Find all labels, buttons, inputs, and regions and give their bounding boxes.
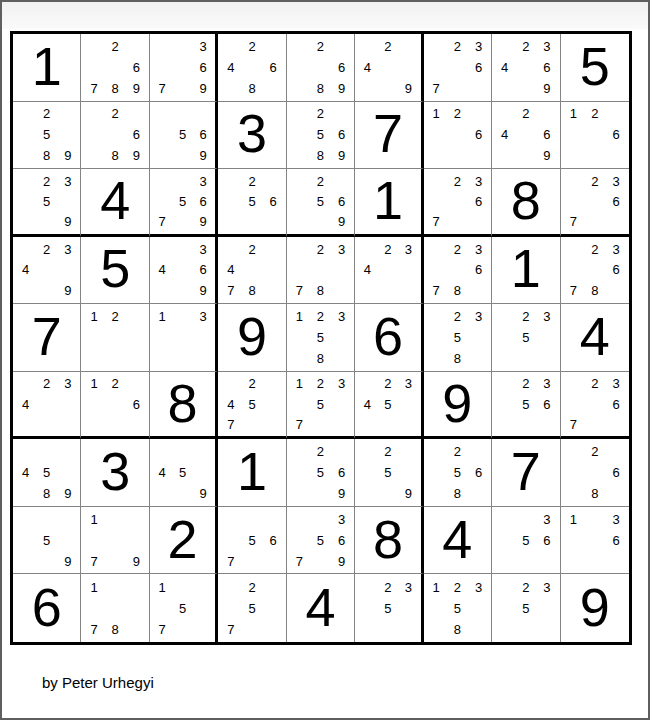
cell-r8c7[interactable]: 4 — [424, 507, 492, 575]
candidate-grid: 2689 — [83, 104, 146, 167]
candidate-grid: 26789 — [83, 36, 146, 99]
candidate-digit: 7 — [152, 211, 172, 231]
empty-candidate-slot — [289, 57, 310, 78]
empty-candidate-slot — [494, 394, 515, 414]
candidate-grid: 2356 — [494, 374, 557, 435]
empty-candidate-slot — [152, 280, 172, 301]
solved-digit: 1 — [373, 173, 403, 227]
candidate-digit: 8 — [105, 78, 126, 99]
cell-r7c3[interactable]: 459 — [150, 439, 218, 507]
empty-candidate-slot — [241, 211, 262, 231]
candidate-digit: 9 — [193, 211, 213, 231]
cell-r6c4[interactable]: 2457 — [218, 372, 286, 440]
empty-candidate-slot — [263, 394, 284, 414]
empty-candidate-slot — [57, 104, 78, 125]
candidate-digit: 6 — [331, 530, 352, 551]
cell-r1c5[interactable]: 2689 — [287, 34, 355, 102]
cell-r5c4[interactable]: 9 — [218, 304, 286, 372]
cell-r9c2[interactable]: 178 — [81, 574, 149, 642]
empty-candidate-slot — [468, 145, 489, 166]
candidate-digit: 3 — [606, 509, 627, 530]
candidate-digit: 2 — [36, 171, 57, 191]
candidate-digit: 7 — [289, 414, 310, 434]
candidate-digit: 3 — [468, 36, 489, 57]
cell-r5c7[interactable]: 2358 — [424, 304, 492, 372]
candidate-digit: 3 — [398, 239, 418, 260]
empty-candidate-slot — [289, 483, 310, 504]
empty-candidate-slot — [357, 576, 377, 597]
candidate-digit: 2 — [447, 171, 468, 191]
cell-r9c8[interactable]: 235 — [492, 574, 560, 642]
cell-r6c1[interactable]: 234 — [13, 372, 81, 440]
candidate-digit: 9 — [57, 551, 78, 572]
candidate-digit: 6 — [468, 124, 489, 145]
solved-digit: 9 — [442, 376, 472, 430]
empty-candidate-slot — [468, 78, 489, 99]
cell-r1c9[interactable]: 5 — [561, 34, 629, 102]
candidate-digit: 2 — [515, 104, 536, 125]
empty-candidate-slot — [172, 576, 192, 597]
candidate-digit: 6 — [536, 57, 557, 78]
cell-r6c9[interactable]: 2367 — [561, 372, 629, 440]
empty-candidate-slot — [378, 78, 398, 99]
empty-candidate-slot — [193, 104, 213, 125]
candidate-digit: 2 — [241, 576, 262, 597]
empty-candidate-slot — [378, 414, 398, 434]
cell-r2c7[interactable]: 126 — [424, 102, 492, 170]
solved-digit: 1 — [237, 444, 267, 498]
empty-candidate-slot — [15, 280, 36, 301]
empty-candidate-slot — [126, 348, 147, 369]
puzzle-page: 1267893679246826892492367234695258926895… — [0, 0, 650, 720]
empty-candidate-slot — [263, 280, 284, 301]
candidate-digit: 5 — [36, 124, 57, 145]
cell-r5c2[interactable]: 12 — [81, 304, 149, 372]
cell-r2c4[interactable]: 3 — [218, 102, 286, 170]
empty-candidate-slot — [152, 145, 172, 166]
empty-candidate-slot — [378, 280, 398, 301]
candidate-digit: 9 — [57, 483, 78, 504]
empty-candidate-slot — [468, 598, 489, 619]
cell-r4c6[interactable]: 234 — [355, 237, 423, 305]
empty-candidate-slot — [563, 462, 584, 483]
empty-candidate-slot — [152, 441, 172, 462]
sudoku-board: 1267893679246826892492367234695258926895… — [10, 31, 632, 645]
empty-candidate-slot — [289, 171, 310, 191]
candidate-digit: 8 — [105, 619, 126, 640]
empty-candidate-slot — [263, 239, 284, 260]
cell-r5c1[interactable]: 7 — [13, 304, 81, 372]
candidate-digit: 6 — [331, 124, 352, 145]
empty-candidate-slot — [172, 171, 192, 191]
candidate-digit: 8 — [584, 483, 605, 504]
empty-candidate-slot — [515, 78, 536, 99]
empty-candidate-slot — [36, 394, 57, 414]
cell-r7c8[interactable]: 7 — [492, 439, 560, 507]
candidate-digit: 9 — [57, 211, 78, 231]
candidate-digit: 8 — [36, 145, 57, 166]
candidate-digit: 4 — [220, 394, 241, 414]
empty-candidate-slot — [563, 483, 584, 504]
empty-candidate-slot — [241, 509, 262, 530]
candidate-digit: 9 — [331, 483, 352, 504]
candidate-digit: 7 — [220, 619, 241, 640]
candidate-digit: 2 — [310, 441, 331, 462]
empty-candidate-slot — [331, 36, 352, 57]
cell-r5c5[interactable]: 12358 — [287, 304, 355, 372]
cell-r1c2[interactable]: 26789 — [81, 34, 149, 102]
cell-r8c5[interactable]: 35679 — [287, 507, 355, 575]
cell-r5c9[interactable]: 4 — [561, 304, 629, 372]
cell-r4c3[interactable]: 3469 — [150, 237, 218, 305]
candidate-digit: 2 — [310, 374, 331, 394]
cell-r3c7[interactable]: 2367 — [424, 169, 492, 237]
candidate-digit: 6 — [606, 124, 627, 145]
empty-candidate-slot — [152, 124, 172, 145]
candidate-digit: 2 — [447, 576, 468, 597]
empty-candidate-slot — [426, 145, 447, 166]
candidate-digit: 2 — [447, 239, 468, 260]
cell-r4c1[interactable]: 2349 — [13, 237, 81, 305]
empty-candidate-slot — [606, 145, 627, 166]
empty-candidate-slot — [36, 260, 57, 281]
cell-r7c5[interactable]: 2569 — [287, 439, 355, 507]
empty-candidate-slot — [606, 104, 627, 125]
candidate-grid: 2367 — [563, 171, 627, 232]
empty-candidate-slot — [426, 124, 447, 145]
cell-r9c6[interactable]: 235 — [355, 574, 423, 642]
empty-candidate-slot — [289, 191, 310, 211]
cell-r9c9[interactable]: 9 — [561, 574, 629, 642]
candidate-digit: 7 — [426, 211, 447, 231]
cell-r1c8[interactable]: 23469 — [492, 34, 560, 102]
cell-r4c2[interactable]: 5 — [81, 237, 149, 305]
empty-candidate-slot — [536, 348, 557, 369]
empty-candidate-slot — [378, 483, 398, 504]
candidate-digit: 4 — [15, 260, 36, 281]
candidate-digit: 6 — [468, 57, 489, 78]
candidate-digit: 3 — [606, 171, 627, 191]
candidate-digit: 5 — [515, 394, 536, 414]
candidate-grid: 178 — [83, 576, 146, 640]
empty-candidate-slot — [468, 348, 489, 369]
candidate-digit: 3 — [536, 36, 557, 57]
cell-r5c8[interactable]: 235 — [492, 304, 560, 372]
cell-r9c5[interactable]: 4 — [287, 574, 355, 642]
candidate-grid: 23678 — [426, 239, 489, 302]
empty-candidate-slot — [584, 145, 605, 166]
candidate-digit: 2 — [36, 239, 57, 260]
cell-r7c7[interactable]: 2568 — [424, 439, 492, 507]
empty-candidate-slot — [126, 530, 147, 551]
candidate-grid: 2469 — [494, 104, 557, 167]
cell-r9c3[interactable]: 157 — [150, 574, 218, 642]
cell-r4c4[interactable]: 2478 — [218, 237, 286, 305]
empty-candidate-slot — [241, 619, 262, 640]
cell-r8c9[interactable]: 136 — [561, 507, 629, 575]
empty-candidate-slot — [36, 441, 57, 462]
empty-candidate-slot — [57, 509, 78, 530]
empty-candidate-slot — [15, 441, 36, 462]
candidate-digit: 8 — [310, 280, 331, 301]
cell-r2c6[interactable]: 7 — [355, 102, 423, 170]
candidate-digit: 3 — [398, 374, 418, 394]
candidate-grid: 35679 — [152, 171, 213, 232]
empty-candidate-slot — [15, 145, 36, 166]
empty-candidate-slot — [398, 441, 418, 462]
candidate-digit: 9 — [193, 78, 213, 99]
candidate-digit: 3 — [193, 36, 213, 57]
candidate-digit: 9 — [536, 145, 557, 166]
cell-r2c2[interactable]: 2689 — [81, 102, 149, 170]
solved-digit: 7 — [32, 309, 62, 363]
empty-candidate-slot — [36, 509, 57, 530]
candidate-grid: 2358 — [426, 306, 489, 369]
empty-candidate-slot — [563, 530, 584, 551]
candidate-digit: 7 — [220, 414, 241, 434]
candidate-grid: 3469 — [152, 239, 213, 302]
candidate-digit: 2 — [447, 306, 468, 327]
candidate-digit: 5 — [447, 598, 468, 619]
empty-candidate-slot — [606, 483, 627, 504]
candidate-grid: 2367 — [426, 171, 489, 232]
cell-r4c5[interactable]: 2378 — [287, 237, 355, 305]
candidate-digit: 7 — [152, 619, 172, 640]
empty-candidate-slot — [468, 619, 489, 640]
solved-digit: 2 — [168, 512, 198, 566]
candidate-digit: 1 — [152, 306, 172, 327]
candidate-digit: 7 — [220, 551, 241, 572]
empty-candidate-slot — [289, 145, 310, 166]
cell-r9c7[interactable]: 12358 — [424, 574, 492, 642]
candidate-digit: 5 — [241, 598, 262, 619]
candidate-digit: 6 — [606, 260, 627, 281]
cell-r7c4[interactable]: 1 — [218, 439, 286, 507]
cell-r2c9[interactable]: 126 — [561, 102, 629, 170]
empty-candidate-slot — [152, 191, 172, 211]
cell-r1c6[interactable]: 249 — [355, 34, 423, 102]
candidate-digit: 5 — [310, 124, 331, 145]
empty-candidate-slot — [172, 36, 192, 57]
empty-candidate-slot — [241, 414, 262, 434]
empty-candidate-slot — [241, 57, 262, 78]
empty-candidate-slot — [263, 619, 284, 640]
candidate-grid: 59 — [15, 509, 78, 572]
candidate-digit: 9 — [331, 211, 352, 231]
empty-candidate-slot — [220, 78, 241, 99]
cell-r1c1[interactable]: 1 — [13, 34, 81, 102]
empty-candidate-slot — [331, 280, 352, 301]
candidate-digit: 7 — [83, 619, 104, 640]
cell-r1c7[interactable]: 2367 — [424, 34, 492, 102]
cell-r8c6[interactable]: 8 — [355, 507, 423, 575]
cell-r4c8[interactable]: 1 — [492, 237, 560, 305]
cell-r3c1[interactable]: 2359 — [13, 169, 81, 237]
empty-candidate-slot — [468, 280, 489, 301]
empty-candidate-slot — [220, 509, 241, 530]
empty-candidate-slot — [357, 619, 377, 640]
empty-candidate-slot — [57, 124, 78, 145]
candidate-digit: 7 — [426, 280, 447, 301]
solved-digit: 6 — [32, 580, 62, 634]
candidate-grid: 126 — [83, 374, 146, 435]
cell-r8c8[interactable]: 356 — [492, 507, 560, 575]
candidate-digit: 4 — [357, 57, 377, 78]
empty-candidate-slot — [331, 414, 352, 434]
cell-r6c2[interactable]: 126 — [81, 372, 149, 440]
cell-r4c9[interactable]: 23678 — [561, 237, 629, 305]
candidate-digit: 2 — [584, 239, 605, 260]
empty-candidate-slot — [126, 509, 147, 530]
empty-candidate-slot — [310, 57, 331, 78]
solved-digit: 5 — [580, 39, 610, 93]
cell-r4c7[interactable]: 23678 — [424, 237, 492, 305]
candidate-digit: 6 — [263, 191, 284, 211]
candidate-digit: 1 — [289, 374, 310, 394]
empty-candidate-slot — [172, 211, 192, 231]
empty-candidate-slot — [105, 551, 126, 572]
candidate-digit: 1 — [563, 509, 584, 530]
candidate-digit: 2 — [447, 441, 468, 462]
cell-r5c6[interactable]: 6 — [355, 304, 423, 372]
cell-r3c2[interactable]: 4 — [81, 169, 149, 237]
candidate-digit: 5 — [310, 327, 331, 348]
candidate-digit: 3 — [468, 171, 489, 191]
empty-candidate-slot — [310, 483, 331, 504]
cell-r6c7[interactable]: 9 — [424, 372, 492, 440]
candidate-digit: 7 — [152, 78, 172, 99]
empty-candidate-slot — [606, 280, 627, 301]
cell-r9c1[interactable]: 6 — [13, 574, 81, 642]
empty-candidate-slot — [426, 260, 447, 281]
candidate-digit: 5 — [310, 462, 331, 483]
cell-r2c3[interactable]: 569 — [150, 102, 218, 170]
empty-candidate-slot — [357, 483, 377, 504]
empty-candidate-slot — [426, 327, 447, 348]
empty-candidate-slot — [126, 576, 147, 597]
empty-candidate-slot — [126, 36, 147, 57]
cell-r9c4[interactable]: 257 — [218, 574, 286, 642]
cell-r8c2[interactable]: 179 — [81, 507, 149, 575]
cell-r6c3[interactable]: 8 — [150, 372, 218, 440]
candidate-digit: 2 — [447, 104, 468, 125]
empty-candidate-slot — [172, 280, 192, 301]
empty-candidate-slot — [193, 348, 213, 369]
candidate-digit: 2 — [105, 374, 126, 394]
empty-candidate-slot — [447, 124, 468, 145]
empty-candidate-slot — [515, 124, 536, 145]
cell-r8c4[interactable]: 567 — [218, 507, 286, 575]
empty-candidate-slot — [494, 530, 515, 551]
empty-candidate-slot — [241, 551, 262, 572]
empty-candidate-slot — [152, 598, 172, 619]
cell-r8c1[interactable]: 59 — [13, 507, 81, 575]
empty-candidate-slot — [515, 348, 536, 369]
empty-candidate-slot — [310, 509, 331, 530]
candidate-digit: 5 — [36, 191, 57, 211]
cell-r2c5[interactable]: 25689 — [287, 102, 355, 170]
cell-r1c4[interactable]: 2468 — [218, 34, 286, 102]
empty-candidate-slot — [426, 171, 447, 191]
empty-candidate-slot — [263, 78, 284, 99]
empty-candidate-slot — [584, 414, 605, 434]
candidate-grid: 234 — [357, 239, 418, 302]
candidate-digit: 5 — [310, 394, 331, 414]
empty-candidate-slot — [584, 394, 605, 414]
empty-candidate-slot — [105, 414, 126, 434]
empty-candidate-slot — [494, 576, 515, 597]
empty-candidate-slot — [15, 191, 36, 211]
candidate-digit: 2 — [378, 36, 398, 57]
empty-candidate-slot — [563, 441, 584, 462]
empty-candidate-slot — [36, 211, 57, 231]
empty-candidate-slot — [289, 462, 310, 483]
empty-candidate-slot — [83, 124, 104, 145]
empty-candidate-slot — [426, 239, 447, 260]
cell-r7c2[interactable]: 3 — [81, 439, 149, 507]
candidate-grid: 257 — [220, 576, 283, 640]
empty-candidate-slot — [220, 211, 241, 231]
cell-r7c9[interactable]: 268 — [561, 439, 629, 507]
candidate-digit: 2 — [105, 36, 126, 57]
empty-candidate-slot — [152, 36, 172, 57]
candidate-grid: 567 — [220, 509, 283, 572]
cell-r6c5[interactable]: 12357 — [287, 372, 355, 440]
empty-candidate-slot — [563, 191, 584, 211]
candidate-digit: 6 — [263, 57, 284, 78]
empty-candidate-slot — [83, 414, 104, 434]
candidate-digit: 7 — [563, 280, 584, 301]
empty-candidate-slot — [398, 462, 418, 483]
candidate-digit: 7 — [83, 78, 104, 99]
candidate-grid: 2568 — [426, 441, 489, 504]
empty-candidate-slot — [584, 551, 605, 572]
empty-candidate-slot — [398, 260, 418, 281]
empty-candidate-slot — [83, 327, 104, 348]
cell-r1c3[interactable]: 3679 — [150, 34, 218, 102]
cell-r3c6[interactable]: 1 — [355, 169, 423, 237]
empty-candidate-slot — [357, 374, 377, 394]
empty-candidate-slot — [357, 462, 377, 483]
candidate-grid: 23469 — [494, 36, 557, 99]
empty-candidate-slot — [172, 239, 192, 260]
candidate-digit: 5 — [310, 530, 331, 551]
cell-r3c5[interactable]: 2569 — [287, 169, 355, 237]
candidate-digit: 3 — [536, 576, 557, 597]
empty-candidate-slot — [15, 211, 36, 231]
cell-r3c3[interactable]: 35679 — [150, 169, 218, 237]
cell-r2c1[interactable]: 2589 — [13, 102, 81, 170]
cell-r7c6[interactable]: 259 — [355, 439, 423, 507]
candidate-digit: 4 — [494, 57, 515, 78]
candidate-digit: 7 — [289, 280, 310, 301]
empty-candidate-slot — [515, 619, 536, 640]
empty-candidate-slot — [289, 211, 310, 231]
empty-candidate-slot — [83, 348, 104, 369]
cell-r2c8[interactable]: 2469 — [492, 102, 560, 170]
cell-r6c8[interactable]: 2356 — [492, 372, 560, 440]
empty-candidate-slot — [398, 394, 418, 414]
cell-r3c9[interactable]: 2367 — [561, 169, 629, 237]
cell-r6c6[interactable]: 2345 — [355, 372, 423, 440]
cell-r5c3[interactable]: 13 — [150, 304, 218, 372]
cell-r3c8[interactable]: 8 — [492, 169, 560, 237]
empty-candidate-slot — [220, 374, 241, 394]
cell-r3c4[interactable]: 256 — [218, 169, 286, 237]
empty-candidate-slot — [398, 414, 418, 434]
cell-r7c1[interactable]: 4589 — [13, 439, 81, 507]
cell-r8c3[interactable]: 2 — [150, 507, 218, 575]
